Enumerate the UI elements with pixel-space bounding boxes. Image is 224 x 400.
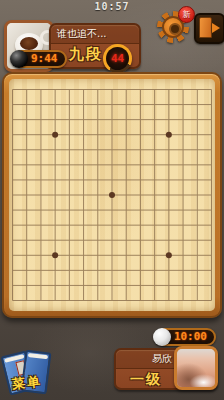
new-badge: 新 xyxy=(178,6,195,23)
black-stone-icon xyxy=(10,50,28,68)
menu-button[interactable]: 菜单 xyxy=(3,347,51,395)
game-screen: 10:57 谁也追不... 九段 新 9:44 44 xyxy=(0,0,224,400)
board-grid xyxy=(12,89,212,301)
bottom-player-rank: 一级 xyxy=(130,371,162,389)
bottom-player-clock: 10:00 xyxy=(155,328,216,346)
bottom-player-avatar[interactable] xyxy=(174,346,218,390)
exit-door-icon xyxy=(199,17,212,38)
white-stone-icon xyxy=(153,328,171,346)
exit-button[interactable] xyxy=(194,13,224,44)
bottom-avatar-photo xyxy=(177,349,215,387)
top-player-clock: 9:44 xyxy=(12,50,67,68)
move-timer-ring: 44 xyxy=(103,44,132,73)
settings-button[interactable]: 新 xyxy=(158,12,188,42)
top-player-rank: 九段 xyxy=(69,45,103,64)
move-timer-seconds: 44 xyxy=(111,52,124,65)
board-frame xyxy=(2,72,222,318)
gomoku-board[interactable] xyxy=(9,79,215,311)
top-player-name: 谁也追不... xyxy=(51,25,139,44)
